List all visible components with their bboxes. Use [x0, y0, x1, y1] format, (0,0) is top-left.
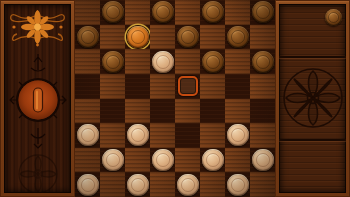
square-r0c3[interactable]: [150, 0, 175, 25]
square-r4c0: [75, 99, 100, 124]
square-r4c1[interactable]: [100, 99, 125, 124]
square-r0c0: [75, 0, 100, 25]
square-r0c5[interactable]: [200, 0, 225, 25]
game-window: [0, 0, 350, 197]
square-r5c5: [200, 123, 225, 148]
square-r1c0[interactable]: [75, 25, 100, 50]
square-r3c7: [250, 74, 275, 99]
square-r4c3[interactable]: [150, 99, 175, 124]
dark-piece[interactable]: [252, 51, 274, 73]
square-r3c1: [100, 74, 125, 99]
square-r7c7: [250, 172, 275, 197]
right-decor-panel: [275, 0, 350, 197]
square-r6c7[interactable]: [250, 148, 275, 173]
dark-piece[interactable]: [102, 1, 124, 23]
square-r2c0: [75, 49, 100, 74]
move-target-highlight[interactable]: [178, 76, 198, 96]
square-r2c2: [125, 49, 150, 74]
square-r0c7[interactable]: [250, 0, 275, 25]
light-piece[interactable]: [202, 149, 224, 171]
square-r1c4[interactable]: [175, 25, 200, 50]
dark-piece[interactable]: [177, 26, 199, 48]
square-r4c6: [225, 99, 250, 124]
dark-piece[interactable]: [202, 1, 224, 23]
square-r3c6[interactable]: [225, 74, 250, 99]
dark-piece-selected[interactable]: [127, 26, 149, 48]
square-r5c2[interactable]: [125, 123, 150, 148]
square-r1c6[interactable]: [225, 25, 250, 50]
square-r3c2[interactable]: [125, 74, 150, 99]
square-r5c7: [250, 123, 275, 148]
captured-dark-piece: [325, 9, 342, 26]
square-r5c1: [100, 123, 125, 148]
square-r7c2[interactable]: [125, 172, 150, 197]
square-r2c5[interactable]: [200, 49, 225, 74]
square-r7c0[interactable]: [75, 172, 100, 197]
light-piece[interactable]: [102, 149, 124, 171]
dark-piece[interactable]: [227, 26, 249, 48]
checkers-board[interactable]: [75, 0, 275, 197]
square-r3c4[interactable]: [175, 74, 200, 99]
square-r0c1[interactable]: [100, 0, 125, 25]
square-r6c1[interactable]: [100, 148, 125, 173]
dark-piece[interactable]: [152, 1, 174, 23]
square-r5c4[interactable]: [175, 123, 200, 148]
square-r3c3: [150, 74, 175, 99]
light-piece[interactable]: [127, 174, 149, 196]
square-r0c2: [125, 0, 150, 25]
square-r7c3: [150, 172, 175, 197]
light-piece[interactable]: [227, 124, 249, 146]
square-r5c0[interactable]: [75, 123, 100, 148]
square-r1c3: [150, 25, 175, 50]
square-r7c6[interactable]: [225, 172, 250, 197]
dark-piece[interactable]: [252, 1, 274, 23]
light-piece[interactable]: [227, 174, 249, 196]
captured-pieces-tray: [325, 9, 342, 26]
square-r0c6: [225, 0, 250, 25]
dark-piece[interactable]: [202, 51, 224, 73]
square-r1c5: [200, 25, 225, 50]
plank-seam: [279, 139, 346, 141]
light-piece[interactable]: [77, 174, 99, 196]
left-panel-wood: [4, 4, 71, 193]
square-r5c6[interactable]: [225, 123, 250, 148]
square-r2c3[interactable]: [150, 49, 175, 74]
square-r5c3: [150, 123, 175, 148]
square-r1c2[interactable]: [125, 25, 150, 50]
square-r7c1: [100, 172, 125, 197]
square-r7c4[interactable]: [175, 172, 200, 197]
dark-piece[interactable]: [102, 51, 124, 73]
light-piece[interactable]: [152, 51, 174, 73]
right-panel-wood: [279, 4, 346, 193]
square-r6c0: [75, 148, 100, 173]
square-r4c7[interactable]: [250, 99, 275, 124]
light-piece[interactable]: [177, 174, 199, 196]
square-r3c5: [200, 74, 225, 99]
square-r6c5[interactable]: [200, 148, 225, 173]
square-r2c6: [225, 49, 250, 74]
square-r0c4: [175, 0, 200, 25]
square-r4c5[interactable]: [200, 99, 225, 124]
square-r6c4: [175, 148, 200, 173]
light-piece[interactable]: [252, 149, 274, 171]
square-r4c2: [125, 99, 150, 124]
plank-seam: [279, 56, 346, 58]
floral-inlay-ornament-icon: [7, 8, 68, 48]
square-r6c2: [125, 148, 150, 173]
carved-rosette-icon: [281, 66, 345, 130]
light-piece[interactable]: [152, 149, 174, 171]
faint-rosette-icon: [13, 152, 63, 193]
light-piece[interactable]: [127, 124, 149, 146]
square-r6c6: [225, 148, 250, 173]
square-r6c3[interactable]: [150, 148, 175, 173]
dark-piece[interactable]: [77, 26, 99, 48]
square-r2c4: [175, 49, 200, 74]
square-r4c4: [175, 99, 200, 124]
left-decor-panel: [0, 0, 75, 197]
square-r2c1[interactable]: [100, 49, 125, 74]
hourglass-medallion-icon: [5, 52, 71, 152]
square-r1c7: [250, 25, 275, 50]
light-piece[interactable]: [77, 124, 99, 146]
square-r7c5: [200, 172, 225, 197]
square-r1c1: [100, 25, 125, 50]
square-r3c0[interactable]: [75, 74, 100, 99]
square-r2c7[interactable]: [250, 49, 275, 74]
